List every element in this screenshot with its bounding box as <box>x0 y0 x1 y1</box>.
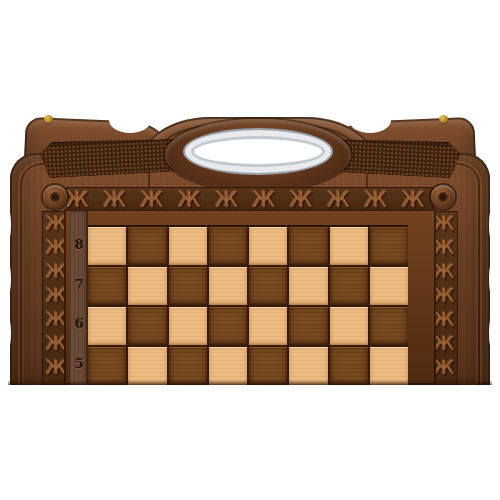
square-d7[interactable] <box>209 267 247 305</box>
square-a7[interactable] <box>88 267 126 305</box>
square-c6[interactable] <box>169 307 207 345</box>
square-f7[interactable] <box>289 267 327 305</box>
case-fold-edge <box>8 380 492 385</box>
handle-cutout <box>183 128 333 175</box>
square-b8[interactable] <box>128 227 166 265</box>
square-b6[interactable] <box>128 307 166 345</box>
rank-label-6: 6 <box>70 304 88 344</box>
right-edge-wave <box>489 315 492 351</box>
rank-labels: 8765 <box>70 211 88 385</box>
rank-label-5: 5 <box>70 344 88 384</box>
square-c7[interactable] <box>169 267 207 305</box>
rank-label-8: 8 <box>70 225 88 265</box>
board <box>88 225 408 385</box>
right-edge-wave <box>489 207 492 243</box>
wooden-case: Ж Ж Ж Ж Ж Ж Ж Ж Ж Ж Ж Ж Ж Ж Ж Ж Ж Ж Ж Ж … <box>8 115 492 385</box>
square-g8[interactable] <box>330 227 368 265</box>
square-f6[interactable] <box>289 307 327 345</box>
brass-pin-right <box>439 115 448 123</box>
square-e7[interactable] <box>249 267 287 305</box>
square-e6[interactable] <box>249 307 287 345</box>
square-b7[interactable] <box>128 267 166 305</box>
square-e8[interactable] <box>249 227 287 265</box>
square-c8[interactable] <box>169 227 207 265</box>
right-edge-wave <box>489 261 492 297</box>
square-d8[interactable] <box>209 227 247 265</box>
square-a8[interactable] <box>88 227 126 265</box>
rosette-left <box>43 185 67 209</box>
square-f8[interactable] <box>289 227 327 265</box>
square-h7[interactable] <box>370 267 408 305</box>
square-g6[interactable] <box>330 307 368 345</box>
rosette-right <box>431 185 455 209</box>
brass-pin-left <box>44 115 53 123</box>
square-h8[interactable] <box>370 227 408 265</box>
square-a6[interactable] <box>88 307 126 345</box>
chess-case-photo: Ж Ж Ж Ж Ж Ж Ж Ж Ж Ж Ж Ж Ж Ж Ж Ж Ж Ж Ж Ж … <box>0 0 500 500</box>
square-h6[interactable] <box>370 307 408 345</box>
square-d6[interactable] <box>209 307 247 345</box>
rank-label-7: 7 <box>70 265 88 305</box>
square-g7[interactable] <box>330 267 368 305</box>
